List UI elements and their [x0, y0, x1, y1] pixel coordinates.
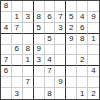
cell-r1c3[interactable]: [23, 1, 34, 12]
cell-r4c1[interactable]: [1, 34, 12, 45]
cell-r8c9[interactable]: [88, 77, 99, 88]
cell-r5c3[interactable]: 8: [23, 45, 34, 56]
cell-r5c9[interactable]: [88, 45, 99, 56]
cell-r6c7[interactable]: [66, 55, 77, 66]
cell-r1c1[interactable]: 8: [1, 1, 12, 12]
cell-r2c7[interactable]: 5: [66, 12, 77, 23]
cell-r2c5[interactable]: 6: [45, 12, 56, 23]
cell-r1c5[interactable]: [45, 1, 56, 12]
cell-r8c3[interactable]: 7: [23, 77, 34, 88]
cell-r5c4[interactable]: 9: [34, 45, 45, 56]
cell-r1c7[interactable]: [66, 1, 77, 12]
cell-r1c2[interactable]: [12, 1, 23, 12]
cell-r4c4[interactable]: [34, 34, 45, 45]
cell-r1c8[interactable]: [77, 1, 88, 12]
sudoku-board: 813867549475326598168971342674793812: [0, 0, 100, 100]
cell-r9c4[interactable]: [34, 88, 45, 99]
cell-r6c1[interactable]: 7: [1, 55, 12, 66]
cell-r8c8[interactable]: [77, 77, 88, 88]
cell-r3c8[interactable]: 6: [77, 23, 88, 34]
cell-r4c3[interactable]: [23, 34, 34, 45]
cell-r2c6[interactable]: 7: [55, 12, 66, 23]
cell-r7c7[interactable]: [66, 66, 77, 77]
cell-r2c8[interactable]: 4: [77, 12, 88, 23]
cell-r9c2[interactable]: 3: [12, 88, 23, 99]
cell-r6c4[interactable]: 3: [34, 55, 45, 66]
cell-r7c1[interactable]: 6: [1, 66, 12, 77]
cell-r3c5[interactable]: [45, 23, 56, 34]
cell-r9c5[interactable]: 8: [45, 88, 56, 99]
cell-r9c6[interactable]: [55, 88, 66, 99]
cell-r9c7[interactable]: [66, 88, 77, 99]
cell-r5c5[interactable]: [45, 45, 56, 56]
cell-r5c2[interactable]: 6: [12, 45, 23, 56]
cell-r1c6[interactable]: [55, 1, 66, 12]
cell-r2c9[interactable]: 9: [88, 12, 99, 23]
cell-r3c9[interactable]: [88, 23, 99, 34]
cell-r5c6[interactable]: [55, 45, 66, 56]
cell-r3c3[interactable]: [23, 23, 34, 34]
cell-r4c7[interactable]: 9: [66, 34, 77, 45]
cell-r7c6[interactable]: [55, 66, 66, 77]
cell-r7c4[interactable]: [34, 66, 45, 77]
cell-r4c6[interactable]: [55, 34, 66, 45]
cell-r3c1[interactable]: 4: [1, 23, 12, 34]
cell-r9c1[interactable]: [1, 88, 12, 99]
cell-r7c8[interactable]: [77, 66, 88, 77]
cell-r6c6[interactable]: [55, 55, 66, 66]
cell-r4c2[interactable]: [12, 34, 23, 45]
cell-r5c1[interactable]: [1, 45, 12, 56]
cell-r8c4[interactable]: [34, 77, 45, 88]
cell-r9c8[interactable]: 1: [77, 88, 88, 99]
cell-r1c9[interactable]: [88, 1, 99, 12]
cell-r3c6[interactable]: 3: [55, 23, 66, 34]
cell-r2c3[interactable]: 3: [23, 12, 34, 23]
cell-r4c9[interactable]: 1: [88, 34, 99, 45]
cell-r6c8[interactable]: 2: [77, 55, 88, 66]
cell-r3c7[interactable]: 2: [66, 23, 77, 34]
cell-r4c5[interactable]: 5: [45, 34, 56, 45]
cell-r8c1[interactable]: [1, 77, 12, 88]
cell-r9c9[interactable]: 2: [88, 88, 99, 99]
cell-r9c3[interactable]: [23, 88, 34, 99]
cell-r2c4[interactable]: 8: [34, 12, 45, 23]
cell-r1c4[interactable]: [34, 1, 45, 12]
cell-r7c2[interactable]: [12, 66, 23, 77]
cell-r8c7[interactable]: [66, 77, 77, 88]
cell-r3c4[interactable]: 5: [34, 23, 45, 34]
cell-r4c8[interactable]: 8: [77, 34, 88, 45]
cell-r2c1[interactable]: [1, 12, 12, 23]
cell-r7c9[interactable]: 4: [88, 66, 99, 77]
cell-r2c2[interactable]: 1: [12, 12, 23, 23]
cell-r8c6[interactable]: 9: [55, 77, 66, 88]
cell-r5c8[interactable]: [77, 45, 88, 56]
cell-r8c2[interactable]: [12, 77, 23, 88]
cell-r8c5[interactable]: [45, 77, 56, 88]
cell-r6c3[interactable]: 1: [23, 55, 34, 66]
cell-r6c2[interactable]: [12, 55, 23, 66]
cell-r5c7[interactable]: [66, 45, 77, 56]
cell-r7c5[interactable]: 7: [45, 66, 56, 77]
cell-r3c2[interactable]: 7: [12, 23, 23, 34]
cell-r7c3[interactable]: [23, 66, 34, 77]
cell-r6c9[interactable]: [88, 55, 99, 66]
cell-r6c5[interactable]: 4: [45, 55, 56, 66]
